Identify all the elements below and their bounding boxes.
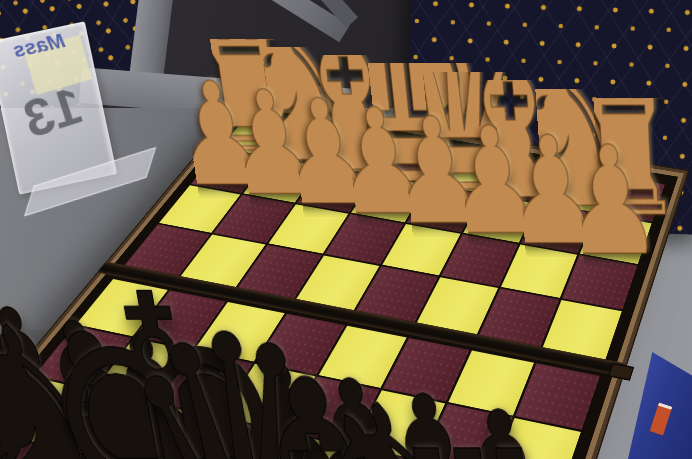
bag-label <box>650 403 673 436</box>
square-h2 <box>191 149 269 193</box>
square-h6 <box>34 326 131 388</box>
board-clasp <box>608 363 635 381</box>
tournament-chess-photo: ♜♞♝♚♛♝♞♜♟♟♟♟♟♟♟♟♟♟♟♟♟♟♟♟♜♞♝♚♛♝♞♜ Mass 13 <box>0 0 692 459</box>
square-h1 <box>220 115 294 156</box>
sign-board-number: 13 <box>6 74 101 150</box>
board-scene: ♜♞♝♚♛♝♞♜♟♟♟♟♟♟♟♟♟♟♟♟♟♟♟♟♜♞♝♚♛♝♞♜ <box>0 0 692 459</box>
square-g1 <box>271 124 345 166</box>
